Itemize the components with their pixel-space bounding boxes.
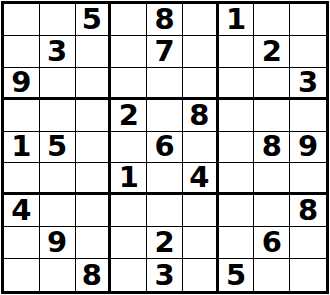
cell-r2c7[interactable] [219,36,255,68]
cell-r1c5[interactable]: 8 [147,4,183,36]
cell-digit: 5 [226,261,246,290]
cell-digit: 8 [298,196,318,225]
cell-r1c3[interactable]: 5 [76,4,112,36]
cell-r3c6[interactable] [183,68,219,100]
cell-r8c7[interactable] [219,227,255,259]
cell-r3c3[interactable] [76,68,112,100]
cell-r3c2[interactable] [40,68,76,100]
cell-digit: 6 [262,228,282,257]
cell-r4c7[interactable] [219,100,255,132]
cell-r2c8[interactable]: 2 [254,36,290,68]
cell-digit: 8 [262,132,282,161]
cell-r4c6[interactable]: 8 [183,100,219,132]
cell-r2c3[interactable] [76,36,112,68]
cell-digit: 1 [119,163,139,192]
cell-r6c5[interactable] [147,163,183,195]
cell-r5c8[interactable]: 8 [254,132,290,164]
cell-r7c5[interactable] [147,195,183,227]
cell-r7c4[interactable] [111,195,147,227]
cell-r6c3[interactable] [76,163,112,195]
cell-digit: 1 [11,132,31,161]
cell-r5c1[interactable]: 1 [4,132,40,164]
cell-digit: 9 [47,228,67,257]
cell-r3c7[interactable] [219,68,255,100]
cell-r3c8[interactable] [254,68,290,100]
cell-r9c5[interactable]: 3 [147,259,183,291]
cell-r3c9[interactable]: 3 [290,68,326,100]
cell-r3c1[interactable]: 9 [4,68,40,100]
cell-digit: 2 [154,228,174,257]
cell-digit: 6 [154,132,174,161]
cell-r5c2[interactable]: 5 [40,132,76,164]
cell-digit: 3 [298,68,318,97]
cell-r7c8[interactable] [254,195,290,227]
cell-r1c7[interactable]: 1 [219,4,255,36]
cell-r5c3[interactable] [76,132,112,164]
cell-r4c9[interactable] [290,100,326,132]
cell-digit: 8 [82,261,102,290]
sudoku-board: 5813729328156891448926835 [1,1,329,294]
cell-r1c6[interactable] [183,4,219,36]
cell-r9c8[interactable] [254,259,290,291]
cell-r6c2[interactable] [40,163,76,195]
cell-r2c6[interactable] [183,36,219,68]
cell-r9c6[interactable] [183,259,219,291]
cell-r8c2[interactable]: 9 [40,227,76,259]
cell-r9c1[interactable] [4,259,40,291]
cell-r9c7[interactable]: 5 [219,259,255,291]
cell-digit: 3 [47,37,67,66]
cell-digit: 5 [82,5,102,34]
cell-r2c4[interactable] [111,36,147,68]
cell-r8c8[interactable]: 6 [254,227,290,259]
cell-r9c9[interactable] [290,259,326,291]
cell-r5c9[interactable]: 9 [290,132,326,164]
cell-r6c4[interactable]: 1 [111,163,147,195]
cell-r8c4[interactable] [111,227,147,259]
cell-r7c6[interactable] [183,195,219,227]
cell-r7c3[interactable] [76,195,112,227]
cell-digit: 4 [189,163,209,192]
cell-r8c5[interactable]: 2 [147,227,183,259]
cell-digit: 8 [189,101,209,130]
cell-digit: 7 [154,37,174,66]
cell-r7c7[interactable] [219,195,255,227]
cell-r8c9[interactable] [290,227,326,259]
cell-r3c4[interactable] [111,68,147,100]
cell-r8c1[interactable] [4,227,40,259]
cell-r8c6[interactable] [183,227,219,259]
cell-digit: 2 [262,37,282,66]
cell-r2c1[interactable] [4,36,40,68]
cell-digit: 9 [298,132,318,161]
cell-r6c7[interactable] [219,163,255,195]
cell-r4c4[interactable]: 2 [111,100,147,132]
cell-r3c5[interactable] [147,68,183,100]
cell-r7c9[interactable]: 8 [290,195,326,227]
cell-r7c1[interactable]: 4 [4,195,40,227]
cell-r1c9[interactable] [290,4,326,36]
cell-r9c2[interactable] [40,259,76,291]
sudoku-page: 5813729328156891448926835 [0,0,330,295]
cell-r5c4[interactable] [111,132,147,164]
cell-r5c7[interactable] [219,132,255,164]
cell-r4c2[interactable] [40,100,76,132]
cell-r6c1[interactable] [4,163,40,195]
cell-r4c1[interactable] [4,100,40,132]
cell-digit: 9 [11,68,31,97]
cell-digit: 8 [154,5,174,34]
cell-digit: 2 [119,101,139,130]
cell-r7c2[interactable] [40,195,76,227]
cell-r2c5[interactable]: 7 [147,36,183,68]
cell-r1c8[interactable] [254,4,290,36]
cell-r1c1[interactable] [4,4,40,36]
cell-digit: 1 [226,5,246,34]
cell-digit: 5 [47,132,67,161]
cell-r5c5[interactable]: 6 [147,132,183,164]
cell-r1c4[interactable] [111,4,147,36]
cell-r4c3[interactable] [76,100,112,132]
cell-r1c2[interactable] [40,4,76,36]
cell-r9c4[interactable] [111,259,147,291]
cell-digit: 4 [11,196,31,225]
cell-r6c6[interactable]: 4 [183,163,219,195]
cell-r9c3[interactable]: 8 [76,259,112,291]
cell-r6c8[interactable] [254,163,290,195]
cell-r8c3[interactable] [76,227,112,259]
cell-digit: 3 [154,261,174,290]
cell-r5c6[interactable] [183,132,219,164]
cell-r2c2[interactable]: 3 [40,36,76,68]
cell-r6c9[interactable] [290,163,326,195]
cell-r2c9[interactable] [290,36,326,68]
cell-r4c8[interactable] [254,100,290,132]
cell-r4c5[interactable] [147,100,183,132]
